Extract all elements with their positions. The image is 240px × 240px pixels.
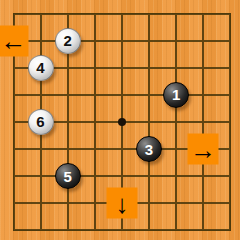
stone-black-5[interactable]: 5 xyxy=(55,163,81,189)
lattice-cell xyxy=(203,14,230,41)
lattice-cell xyxy=(203,68,230,95)
lattice-cell xyxy=(203,95,230,122)
lattice-cell xyxy=(14,176,41,203)
stone-white-2[interactable]: 2 xyxy=(55,28,81,54)
go-board[interactable]: ←→↓123456 xyxy=(0,0,240,240)
lattice-cell xyxy=(176,203,203,230)
stone-number: 1 xyxy=(172,87,180,102)
right-arrow-icon: → xyxy=(190,136,216,162)
lattice-cell xyxy=(14,203,41,230)
lattice-cell xyxy=(122,68,149,95)
stone-number: 5 xyxy=(63,169,71,184)
lattice-cell xyxy=(95,14,122,41)
lattice-cell xyxy=(41,203,68,230)
lattice-cell xyxy=(203,203,230,230)
lattice-cell xyxy=(68,203,95,230)
lattice-cell xyxy=(149,14,176,41)
arrow-right-button[interactable]: → xyxy=(188,134,219,165)
lattice-cell xyxy=(176,176,203,203)
lattice-cell xyxy=(203,41,230,68)
lattice-cell xyxy=(95,122,122,149)
stone-number: 3 xyxy=(145,142,153,157)
lattice-cell xyxy=(95,149,122,176)
stone-number: 4 xyxy=(36,60,44,75)
star-point xyxy=(118,118,126,126)
lattice-cell xyxy=(203,176,230,203)
stone-number: 6 xyxy=(36,114,44,129)
lattice-cell xyxy=(122,14,149,41)
lattice-cell xyxy=(122,41,149,68)
lattice-cell xyxy=(122,95,149,122)
lattice-cell xyxy=(68,122,95,149)
arrow-down-button[interactable]: ↓ xyxy=(106,188,137,219)
stone-white-6[interactable]: 6 xyxy=(28,109,54,135)
lattice-cell xyxy=(68,68,95,95)
lattice-cell xyxy=(176,41,203,68)
stone-number: 2 xyxy=(63,33,71,48)
stone-black-3[interactable]: 3 xyxy=(136,136,162,162)
stone-white-4[interactable]: 4 xyxy=(28,55,54,81)
lattice-cell xyxy=(149,41,176,68)
lattice-cell xyxy=(176,14,203,41)
lattice-cell xyxy=(95,95,122,122)
lattice-cell xyxy=(14,149,41,176)
arrow-left-button[interactable]: ← xyxy=(0,25,29,56)
stone-black-1[interactable]: 1 xyxy=(163,82,189,108)
lattice-cell xyxy=(149,176,176,203)
lattice-cell xyxy=(68,95,95,122)
down-arrow-icon: ↓ xyxy=(115,190,128,216)
left-arrow-icon: ← xyxy=(0,28,26,54)
lattice-cell xyxy=(149,203,176,230)
lattice-cell xyxy=(95,41,122,68)
lattice-cell xyxy=(95,68,122,95)
